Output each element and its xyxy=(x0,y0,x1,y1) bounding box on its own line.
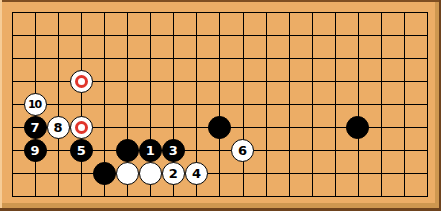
stone-white-marked[interactable] xyxy=(70,70,93,93)
stone-number: 10 xyxy=(28,98,41,109)
stone-white[interactable] xyxy=(139,162,162,185)
red-circle-mark xyxy=(75,121,88,134)
stone-number: 2 xyxy=(169,166,178,179)
red-circle-mark xyxy=(75,75,88,88)
board-frame-bottom-edge xyxy=(0,208,441,211)
stone-white-8[interactable]: 8 xyxy=(47,116,70,139)
stone-black-3[interactable]: 3 xyxy=(162,139,185,162)
stone-white-10[interactable]: 10 xyxy=(24,93,47,116)
board-frame-left xyxy=(0,0,2,211)
stone-number: 8 xyxy=(54,120,63,133)
stone-white[interactable] xyxy=(116,162,139,185)
stone-black[interactable] xyxy=(93,162,116,185)
stone-white-marked[interactable] xyxy=(70,116,93,139)
board-frame-top xyxy=(0,0,441,2)
stone-black-1[interactable]: 1 xyxy=(139,139,162,162)
stone-black-5[interactable]: 5 xyxy=(70,139,93,162)
stone-number: 5 xyxy=(77,143,86,156)
stone-white-2[interactable]: 2 xyxy=(162,162,185,185)
stone-white-6[interactable]: 6 xyxy=(231,139,254,162)
stone-black-9[interactable]: 9 xyxy=(24,139,47,162)
stone-number: 6 xyxy=(238,143,247,156)
stone-number: 3 xyxy=(169,143,178,156)
stone-white-4[interactable]: 4 xyxy=(185,162,208,185)
stones-layer: 10789513624 xyxy=(0,0,441,211)
go-board[interactable]: 10789513624 xyxy=(0,0,441,211)
stone-number: 9 xyxy=(31,143,40,156)
stone-number: 1 xyxy=(146,143,155,156)
stone-black[interactable] xyxy=(346,116,369,139)
stone-black[interactable] xyxy=(116,139,139,162)
stone-number: 7 xyxy=(31,120,40,133)
stone-black-7[interactable]: 7 xyxy=(24,116,47,139)
stone-black[interactable] xyxy=(208,116,231,139)
stone-number: 4 xyxy=(192,166,201,179)
